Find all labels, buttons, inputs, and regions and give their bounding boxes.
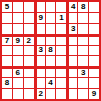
cell-r4c3[interactable]: 2 [24, 35, 34, 45]
cell-r3c1[interactable] [2, 24, 12, 34]
cell-r5c4[interactable]: 3 [35, 46, 45, 56]
cell-r5c9[interactable] [89, 46, 99, 56]
cell-r3c7[interactable]: 3 [67, 24, 77, 34]
cell-r1c4[interactable] [35, 2, 45, 12]
cell-r8c8[interactable] [78, 78, 88, 88]
cell-r1c9[interactable] [89, 2, 99, 12]
cell-r5c6[interactable] [56, 46, 66, 56]
cell-r8c1[interactable]: 8 [2, 78, 12, 88]
cell-r7c4[interactable] [35, 67, 45, 77]
cell-r2c2[interactable] [13, 13, 23, 23]
cell-r1c7[interactable]: 4 [67, 2, 77, 12]
cell-r6c6[interactable] [56, 56, 66, 66]
cell-r5c3[interactable] [24, 46, 34, 56]
cell-r6c2[interactable] [13, 56, 23, 66]
cell-r7c7[interactable] [67, 67, 77, 77]
cell-r1c3[interactable] [24, 2, 34, 12]
cell-r4c6[interactable] [56, 35, 66, 45]
cell-r2c4[interactable]: 9 [35, 13, 45, 23]
cell-r6c4[interactable] [35, 56, 45, 66]
cell-r7c2[interactable]: 6 [13, 67, 23, 77]
cell-r2c3[interactable] [24, 13, 34, 23]
cell-r5c7[interactable] [67, 46, 77, 56]
cell-r3c9[interactable] [89, 24, 99, 34]
cell-r3c8[interactable] [78, 24, 88, 34]
cell-r9c6[interactable] [56, 89, 66, 99]
cell-r7c3[interactable] [24, 67, 34, 77]
cell-r4c5[interactable] [46, 35, 56, 45]
cell-r8c9[interactable] [89, 78, 99, 88]
cell-r6c5[interactable] [46, 56, 56, 66]
cell-r4c8[interactable] [78, 35, 88, 45]
cell-r8c5[interactable]: 4 [46, 78, 56, 88]
cell-r2c6[interactable]: 1 [56, 13, 66, 23]
cell-r6c9[interactable] [89, 56, 99, 66]
cell-r1c2[interactable] [13, 2, 23, 12]
cell-r6c7[interactable] [67, 56, 77, 66]
cell-r3c4[interactable] [35, 24, 45, 34]
cell-r5c2[interactable] [13, 46, 23, 56]
cell-r6c3[interactable] [24, 56, 34, 66]
cell-r9c8[interactable] [78, 89, 88, 99]
sudoku-board: 54891379238638429 [0, 0, 101, 101]
cell-r9c3[interactable] [24, 89, 34, 99]
cell-r9c7[interactable] [67, 89, 77, 99]
cell-r4c1[interactable]: 7 [2, 35, 12, 45]
cell-r4c2[interactable]: 9 [13, 35, 23, 45]
cell-r5c8[interactable] [78, 46, 88, 56]
cell-r9c4[interactable]: 2 [35, 89, 45, 99]
cell-r2c8[interactable] [78, 13, 88, 23]
cell-r9c1[interactable] [2, 89, 12, 99]
cell-r8c4[interactable] [35, 78, 45, 88]
cell-r3c6[interactable] [56, 24, 66, 34]
cell-r2c7[interactable] [67, 13, 77, 23]
cell-r8c2[interactable] [13, 78, 23, 88]
cell-r4c7[interactable] [67, 35, 77, 45]
cell-r1c8[interactable]: 8 [78, 2, 88, 12]
cell-r2c9[interactable] [89, 13, 99, 23]
cell-r7c6[interactable] [56, 67, 66, 77]
cell-r1c1[interactable]: 5 [2, 2, 12, 12]
cell-r8c6[interactable] [56, 78, 66, 88]
cell-r9c2[interactable] [13, 89, 23, 99]
cell-r6c1[interactable] [2, 56, 12, 66]
cell-r5c1[interactable] [2, 46, 12, 56]
cell-r3c5[interactable] [46, 24, 56, 34]
cell-r3c3[interactable] [24, 24, 34, 34]
cell-r1c5[interactable] [46, 2, 56, 12]
cell-r9c5[interactable] [46, 89, 56, 99]
cell-r4c9[interactable] [89, 35, 99, 45]
cell-r2c1[interactable] [2, 13, 12, 23]
cell-r1c6[interactable] [56, 2, 66, 12]
cell-r6c8[interactable] [78, 56, 88, 66]
cell-r7c8[interactable]: 3 [78, 67, 88, 77]
cell-r3c2[interactable] [13, 24, 23, 34]
cell-r7c9[interactable] [89, 67, 99, 77]
cell-r8c7[interactable] [67, 78, 77, 88]
cell-r5c5[interactable]: 8 [46, 46, 56, 56]
cell-r8c3[interactable] [24, 78, 34, 88]
cell-r7c5[interactable] [46, 67, 56, 77]
cell-r7c1[interactable] [2, 67, 12, 77]
cell-r2c5[interactable] [46, 13, 56, 23]
cell-r9c9[interactable]: 9 [89, 89, 99, 99]
cell-r4c4[interactable] [35, 35, 45, 45]
